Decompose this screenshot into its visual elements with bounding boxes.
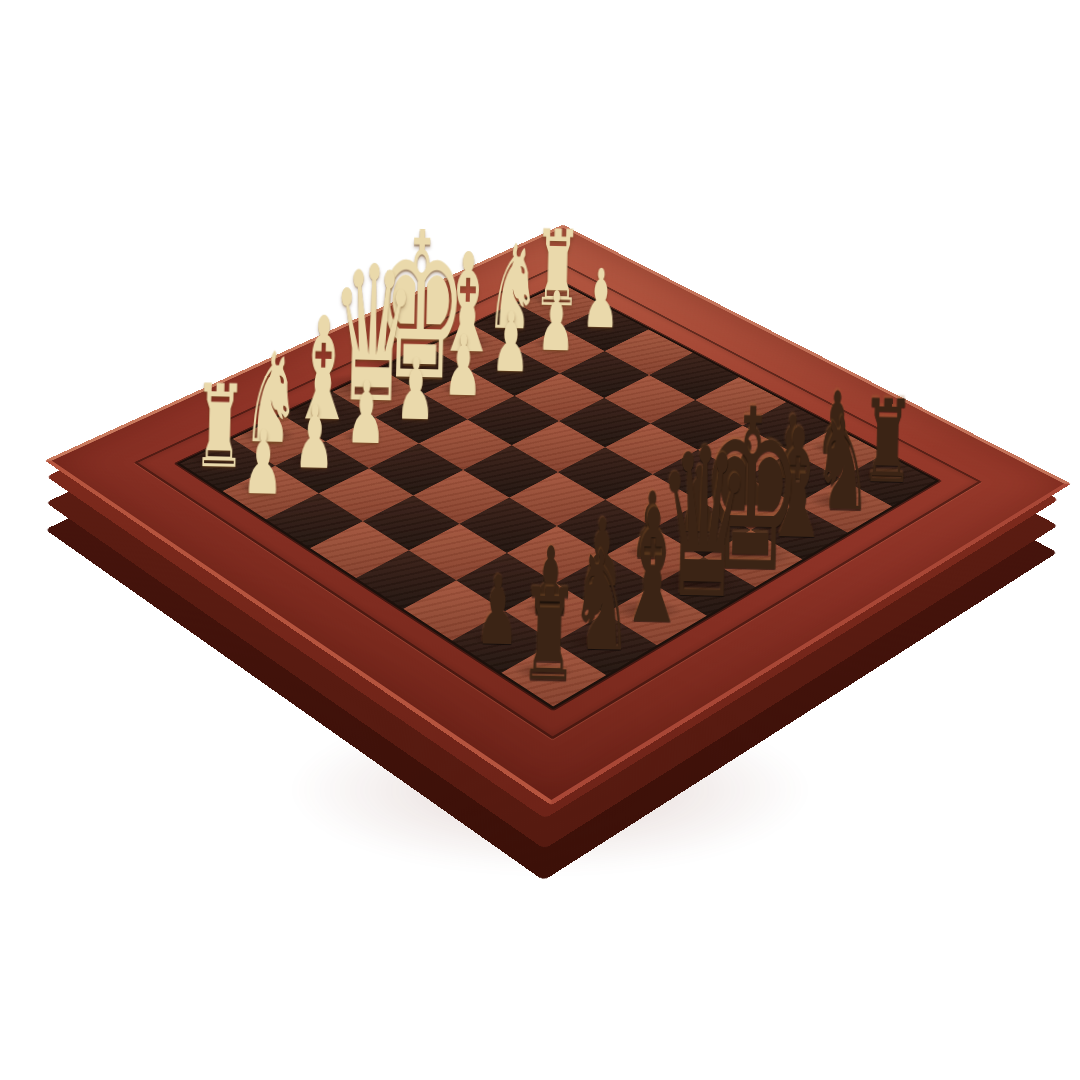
board-tilt-wrapper: ♜♟♞♟♝♟♚♟♛♟♝♟♟♞♜♟♟♜♞♟♟♝♟♚♟♛♟♝♟♞♟♜ (0, 0, 1080, 1080)
piece-layer: ♜♟♞♟♝♟♚♟♛♟♝♟♟♞♜♟♟♜♞♟♟♝♟♚♟♛♟♝♟♞♟♜ (0, 0, 1080, 1080)
product-photo-background: ♜♟♞♟♝♟♚♟♛♟♝♟♟♞♜♟♟♜♞♟♟♝♟♚♟♛♟♝♟♞♟♜ (0, 0, 1080, 1080)
